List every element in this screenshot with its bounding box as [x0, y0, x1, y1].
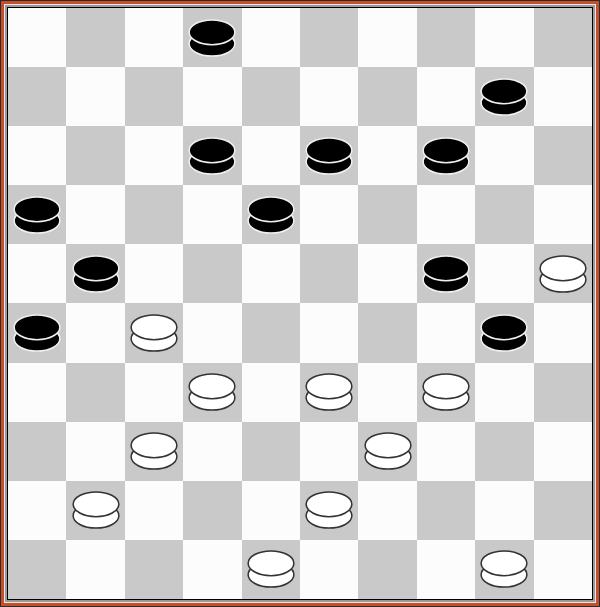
white-man-41[interactable] — [71, 490, 121, 530]
square-light-r5c3 — [183, 303, 241, 362]
black-man-24[interactable] — [421, 254, 471, 294]
white-man-37[interactable] — [129, 431, 179, 471]
square-20[interactable] — [475, 185, 533, 244]
square-29[interactable] — [358, 303, 416, 362]
square-32[interactable] — [183, 363, 241, 422]
square-light-r1c7 — [417, 67, 475, 126]
white-man-25[interactable] — [538, 254, 588, 294]
black-man-18[interactable] — [246, 195, 296, 235]
square-28[interactable] — [242, 303, 300, 362]
black-man-13[interactable] — [304, 136, 354, 176]
board — [8, 8, 592, 599]
square-14[interactable] — [417, 126, 475, 185]
square-17[interactable] — [125, 185, 183, 244]
square-light-r4c4 — [242, 244, 300, 303]
square-8[interactable] — [242, 67, 300, 126]
square-24[interactable] — [417, 244, 475, 303]
square-light-r0c6 — [358, 8, 416, 67]
board-frame-outer — [0, 0, 600, 607]
square-light-r1c3 — [183, 67, 241, 126]
square-38[interactable] — [242, 422, 300, 481]
white-man-32[interactable] — [187, 372, 237, 412]
square-light-r7c9 — [534, 422, 592, 481]
square-48[interactable] — [242, 540, 300, 599]
square-26[interactable] — [8, 303, 66, 362]
square-19[interactable] — [358, 185, 416, 244]
square-34[interactable] — [417, 363, 475, 422]
white-man-27[interactable] — [129, 313, 179, 353]
square-45[interactable] — [534, 481, 592, 540]
black-man-21[interactable] — [71, 254, 121, 294]
square-light-r6c0 — [8, 363, 66, 422]
square-44[interactable] — [417, 481, 475, 540]
square-23[interactable] — [300, 244, 358, 303]
square-37[interactable] — [125, 422, 183, 481]
square-41[interactable] — [66, 481, 124, 540]
white-man-43[interactable] — [304, 490, 354, 530]
square-light-r6c2 — [125, 363, 183, 422]
white-man-39[interactable] — [363, 431, 413, 471]
square-12[interactable] — [183, 126, 241, 185]
square-35[interactable] — [534, 363, 592, 422]
square-light-r2c4 — [242, 126, 300, 185]
black-man-10[interactable] — [479, 77, 529, 117]
square-16[interactable] — [8, 185, 66, 244]
square-light-r4c2 — [125, 244, 183, 303]
white-man-33[interactable] — [304, 372, 354, 412]
square-18[interactable] — [242, 185, 300, 244]
square-10[interactable] — [475, 67, 533, 126]
square-13[interactable] — [300, 126, 358, 185]
black-man-16[interactable] — [12, 195, 62, 235]
square-4[interactable] — [417, 8, 475, 67]
square-22[interactable] — [183, 244, 241, 303]
square-light-r8c2 — [125, 481, 183, 540]
square-light-r9c1 — [66, 540, 124, 599]
square-light-r6c8 — [475, 363, 533, 422]
white-man-48[interactable] — [246, 549, 296, 589]
square-light-r8c0 — [8, 481, 66, 540]
square-light-r5c9 — [534, 303, 592, 362]
black-man-12[interactable] — [187, 136, 237, 176]
square-46[interactable] — [8, 540, 66, 599]
square-light-r8c4 — [242, 481, 300, 540]
square-light-r3c1 — [66, 185, 124, 244]
square-light-r3c3 — [183, 185, 241, 244]
square-33[interactable] — [300, 363, 358, 422]
board-frame-light-line — [4, 4, 596, 603]
square-25[interactable] — [534, 244, 592, 303]
square-3[interactable] — [300, 8, 358, 67]
square-light-r4c0 — [8, 244, 66, 303]
square-light-r8c8 — [475, 481, 533, 540]
board-frame-orange — [1, 1, 599, 606]
square-21[interactable] — [66, 244, 124, 303]
white-man-34[interactable] — [421, 372, 471, 412]
black-man-26[interactable] — [12, 313, 62, 353]
square-50[interactable] — [475, 540, 533, 599]
square-43[interactable] — [300, 481, 358, 540]
square-49[interactable] — [358, 540, 416, 599]
square-light-r8c6 — [358, 481, 416, 540]
square-6[interactable] — [8, 67, 66, 126]
square-light-r3c7 — [417, 185, 475, 244]
square-light-r1c1 — [66, 67, 124, 126]
square-light-r2c6 — [358, 126, 416, 185]
square-36[interactable] — [8, 422, 66, 481]
square-light-r3c5 — [300, 185, 358, 244]
square-light-r2c8 — [475, 126, 533, 185]
square-31[interactable] — [66, 363, 124, 422]
square-9[interactable] — [358, 67, 416, 126]
square-light-r5c5 — [300, 303, 358, 362]
square-light-r9c9 — [534, 540, 592, 599]
square-light-r0c4 — [242, 8, 300, 67]
square-light-r5c7 — [417, 303, 475, 362]
square-11[interactable] — [66, 126, 124, 185]
square-light-r0c8 — [475, 8, 533, 67]
square-light-r7c1 — [66, 422, 124, 481]
square-light-r4c6 — [358, 244, 416, 303]
square-27[interactable] — [125, 303, 183, 362]
square-light-r0c0 — [8, 8, 66, 67]
square-light-r9c5 — [300, 540, 358, 599]
board-frame-inner-line — [7, 7, 593, 600]
white-man-50[interactable] — [479, 549, 529, 589]
square-42[interactable] — [183, 481, 241, 540]
square-30[interactable] — [475, 303, 533, 362]
square-39[interactable] — [358, 422, 416, 481]
square-40[interactable] — [475, 422, 533, 481]
square-light-r1c9 — [534, 67, 592, 126]
square-light-r6c6 — [358, 363, 416, 422]
square-light-r7c5 — [300, 422, 358, 481]
square-47[interactable] — [125, 540, 183, 599]
black-man-2[interactable] — [187, 18, 237, 58]
square-light-r4c8 — [475, 244, 533, 303]
black-man-30[interactable] — [479, 313, 529, 353]
square-15[interactable] — [534, 126, 592, 185]
square-light-r6c4 — [242, 363, 300, 422]
square-5[interactable] — [534, 8, 592, 67]
square-light-r2c0 — [8, 126, 66, 185]
square-light-r5c1 — [66, 303, 124, 362]
square-2[interactable] — [183, 8, 241, 67]
square-light-r9c3 — [183, 540, 241, 599]
square-light-r0c2 — [125, 8, 183, 67]
square-light-r7c3 — [183, 422, 241, 481]
square-light-r7c7 — [417, 422, 475, 481]
square-light-r3c9 — [534, 185, 592, 244]
square-light-r9c7 — [417, 540, 475, 599]
square-7[interactable] — [125, 67, 183, 126]
square-light-r2c2 — [125, 126, 183, 185]
square-1[interactable] — [66, 8, 124, 67]
black-man-14[interactable] — [421, 136, 471, 176]
square-light-r1c5 — [300, 67, 358, 126]
board-frame-gray-band — [5, 5, 595, 602]
